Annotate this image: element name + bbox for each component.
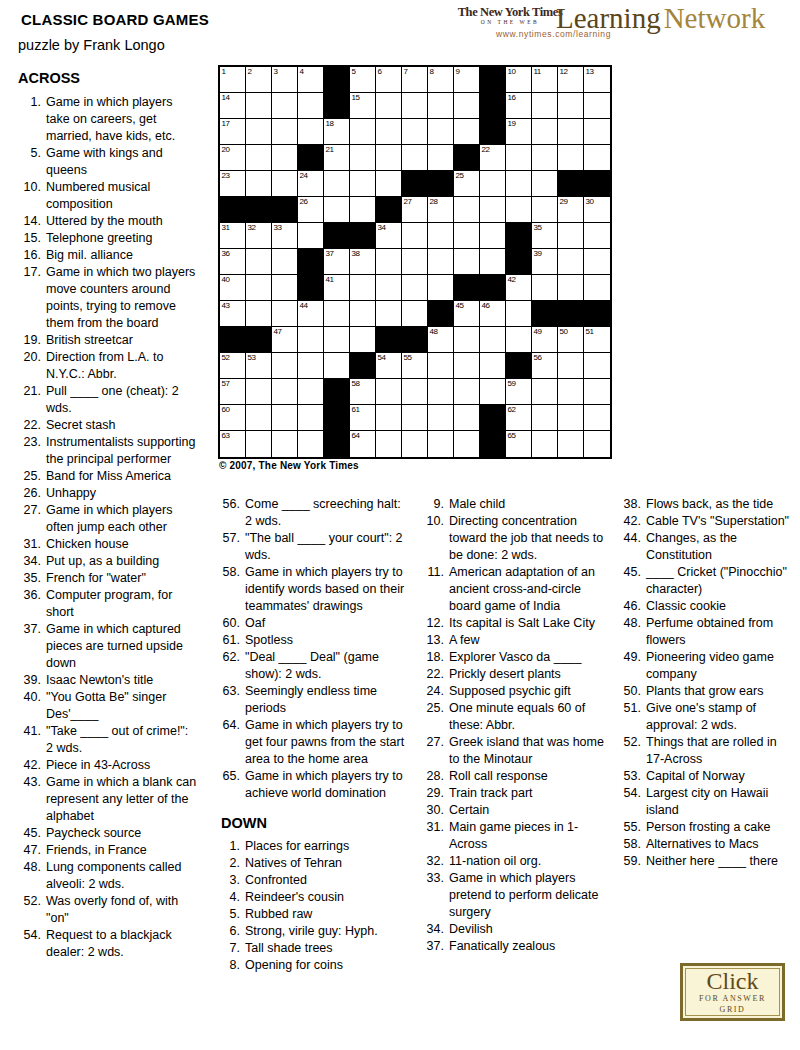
across-clues-56-65: 56.Come ____ screeching halt: 2 wds.57."… — [219, 496, 417, 802]
clue-text: Plants that grow ears — [646, 683, 798, 700]
white-square[interactable]: 30 — [584, 197, 610, 223]
white-square[interactable] — [272, 93, 298, 119]
white-square[interactable]: 22 — [480, 145, 506, 171]
white-square[interactable]: 8 — [428, 67, 454, 93]
white-square[interactable] — [376, 171, 402, 197]
white-square[interactable]: 32 — [246, 223, 272, 249]
white-square[interactable]: 34 — [376, 223, 402, 249]
clue-number: 61. — [219, 632, 240, 649]
clue-number: 51. — [619, 700, 641, 734]
white-square[interactable]: 16 — [506, 93, 532, 119]
white-square[interactable] — [480, 249, 506, 275]
white-square[interactable] — [480, 327, 506, 353]
answer-button-grid-text: GRID — [720, 1005, 746, 1014]
white-square[interactable] — [402, 431, 428, 457]
white-square[interactable] — [584, 223, 610, 249]
white-square[interactable] — [506, 327, 532, 353]
white-square[interactable]: 15 — [350, 93, 376, 119]
clue-number: 1. — [16, 94, 41, 145]
white-square[interactable]: 1 — [220, 67, 246, 93]
white-square[interactable]: 33 — [272, 223, 298, 249]
clue: 3.Confronted — [219, 872, 417, 889]
white-square[interactable] — [532, 93, 558, 119]
clue-number: 49. — [619, 649, 641, 683]
white-square[interactable] — [272, 405, 298, 431]
white-square[interactable] — [454, 223, 480, 249]
white-square[interactable] — [350, 171, 376, 197]
clue-number: 41. — [16, 723, 41, 757]
clue-text: Game in which captured pieces are turned… — [46, 621, 198, 672]
white-square[interactable]: 18 — [324, 119, 350, 145]
white-square[interactable] — [506, 197, 532, 223]
white-square[interactable] — [558, 379, 584, 405]
white-square[interactable]: 61 — [350, 405, 376, 431]
white-square[interactable] — [272, 145, 298, 171]
white-square[interactable] — [402, 119, 428, 145]
white-square[interactable] — [324, 197, 350, 223]
white-square[interactable]: 12 — [558, 67, 584, 93]
clue-text: Game with kings and queens — [46, 145, 198, 179]
square-number: 47 — [274, 327, 282, 336]
white-square[interactable] — [376, 249, 402, 275]
white-square[interactable]: 26 — [298, 197, 324, 223]
square-number: 27 — [404, 197, 412, 206]
white-square[interactable] — [376, 431, 402, 457]
white-square[interactable] — [454, 379, 480, 405]
white-square[interactable] — [298, 405, 324, 431]
white-square[interactable]: 51 — [584, 327, 610, 353]
white-square[interactable] — [402, 275, 428, 301]
white-square[interactable]: 3 — [272, 67, 298, 93]
white-square[interactable] — [272, 249, 298, 275]
white-square[interactable] — [376, 145, 402, 171]
white-square[interactable]: 56 — [532, 353, 558, 379]
clue-number: 34. — [16, 553, 41, 570]
white-square[interactable] — [298, 353, 324, 379]
nyt-masthead-subtext: ON THE WEB — [481, 19, 539, 25]
white-square[interactable]: 63 — [220, 431, 246, 457]
white-square[interactable] — [532, 119, 558, 145]
square-number: 8 — [430, 67, 434, 76]
white-square[interactable] — [584, 93, 610, 119]
white-square[interactable] — [532, 171, 558, 197]
square-number: 29 — [560, 197, 568, 206]
white-square[interactable]: 62 — [506, 405, 532, 431]
clue-number: 17. — [16, 264, 41, 332]
square-number: 11 — [534, 67, 541, 76]
clue: 17.Game in which two players move counte… — [16, 264, 216, 332]
white-square[interactable] — [272, 431, 298, 457]
white-square[interactable] — [272, 353, 298, 379]
square-number: 36 — [222, 249, 230, 258]
white-square[interactable] — [558, 431, 584, 457]
clue-number: 11. — [422, 564, 444, 615]
clue-number: 37. — [422, 938, 444, 955]
clue-text: Piece in 43-Across — [46, 757, 198, 774]
white-square[interactable]: 10 — [506, 67, 532, 93]
clue-number: 55. — [619, 819, 641, 836]
across-clues-1-54: 1.Game in which players take on careers,… — [16, 94, 216, 961]
square-number: 16 — [508, 93, 516, 102]
white-square[interactable] — [246, 145, 272, 171]
clue: 52.Things that are rolled in 17-Across — [619, 734, 800, 768]
white-square[interactable] — [298, 93, 324, 119]
clue-text: Pull ____ one (cheat): 2 wds. — [46, 383, 198, 417]
clue: 24.Supposed psychic gift — [422, 683, 622, 700]
black-square — [324, 431, 350, 457]
white-square[interactable] — [376, 379, 402, 405]
white-square[interactable] — [402, 301, 428, 327]
white-square[interactable]: 29 — [558, 197, 584, 223]
white-square[interactable] — [558, 145, 584, 171]
black-square — [584, 301, 610, 327]
white-square[interactable] — [532, 379, 558, 405]
clue-text: Neither here ____ there — [646, 853, 798, 870]
white-square[interactable] — [246, 119, 272, 145]
white-square[interactable]: 23 — [220, 171, 246, 197]
white-square[interactable] — [454, 197, 480, 223]
white-square[interactable] — [454, 93, 480, 119]
square-number: 49 — [534, 327, 542, 336]
white-square[interactable] — [246, 301, 272, 327]
white-square[interactable] — [298, 431, 324, 457]
clue: 36.Computer program, for short — [16, 587, 216, 621]
white-square[interactable] — [402, 145, 428, 171]
white-square[interactable]: 31 — [220, 223, 246, 249]
white-square[interactable] — [246, 405, 272, 431]
white-square[interactable] — [298, 119, 324, 145]
clue-text: Game in which players try to identify wo… — [245, 564, 409, 615]
white-square[interactable] — [428, 405, 454, 431]
clue-text: 11-nation oil org. — [449, 853, 605, 870]
white-square[interactable]: 46 — [480, 301, 506, 327]
black-square — [506, 249, 532, 275]
clue-number: 34. — [422, 921, 444, 938]
clue: 64.Game in which players try to get four… — [219, 717, 417, 768]
white-square[interactable]: 38 — [350, 249, 376, 275]
clue-number: 63. — [219, 683, 240, 717]
white-square[interactable]: 65 — [506, 431, 532, 457]
clue-number: 5. — [16, 145, 41, 179]
white-square[interactable]: 43 — [220, 301, 246, 327]
clue-text: Give one's stamp of approval: 2 wds. — [646, 700, 798, 734]
clue-text: Tall shade trees — [245, 940, 409, 957]
square-number: 23 — [222, 171, 230, 180]
clue-number: 14. — [16, 213, 41, 230]
white-square[interactable]: 28 — [428, 197, 454, 223]
white-square[interactable] — [298, 223, 324, 249]
clue-text: Was overly fond of, with "on" — [46, 893, 198, 927]
logo-network-text: Network — [664, 4, 765, 32]
clue-text: Oaf — [245, 615, 409, 632]
clue: 9.Male child — [422, 496, 622, 513]
white-square[interactable] — [506, 171, 532, 197]
black-square — [350, 353, 376, 379]
white-square[interactable]: 40 — [220, 275, 246, 301]
white-square[interactable] — [298, 327, 324, 353]
white-square[interactable] — [324, 171, 350, 197]
clue-number: 1. — [219, 838, 240, 855]
white-square[interactable] — [428, 275, 454, 301]
clue-number: 12. — [422, 615, 444, 632]
clue-text: Reindeer's cousin — [245, 889, 409, 906]
clue: 39.Isaac Newton's title — [16, 672, 216, 689]
clue-text: Friends, in France — [46, 842, 198, 859]
clue-text: Spotless — [245, 632, 409, 649]
black-square — [220, 327, 246, 353]
nyt-learning-network-logo: The New York Times ON THE WEB Learning N… — [466, 4, 766, 39]
white-square[interactable] — [324, 301, 350, 327]
white-square[interactable] — [376, 119, 402, 145]
white-square[interactable] — [558, 405, 584, 431]
white-square[interactable]: 6 — [376, 67, 402, 93]
black-square — [480, 275, 506, 301]
white-square[interactable] — [298, 379, 324, 405]
white-square[interactable] — [454, 353, 480, 379]
white-square[interactable]: 45 — [454, 301, 480, 327]
clue: 29.Train track part — [422, 785, 622, 802]
white-square[interactable]: 9 — [454, 67, 480, 93]
white-square[interactable] — [246, 171, 272, 197]
white-square[interactable] — [584, 431, 610, 457]
clue-number: 20. — [16, 349, 41, 383]
square-number: 19 — [508, 119, 516, 128]
white-square[interactable]: 14 — [220, 93, 246, 119]
white-square[interactable]: 17 — [220, 119, 246, 145]
clue-text: Game in which players try to get four pa… — [245, 717, 409, 768]
white-square[interactable] — [350, 301, 376, 327]
white-square[interactable]: 36 — [220, 249, 246, 275]
white-square[interactable]: 53 — [246, 353, 272, 379]
white-square[interactable] — [350, 145, 376, 171]
white-square[interactable] — [428, 145, 454, 171]
white-square[interactable]: 7 — [402, 67, 428, 93]
white-square[interactable] — [584, 249, 610, 275]
clue-number: 9. — [422, 496, 444, 513]
square-number: 42 — [508, 275, 516, 284]
white-square[interactable]: 37 — [324, 249, 350, 275]
white-square[interactable]: 49 — [532, 327, 558, 353]
clue-number: 25. — [422, 700, 444, 734]
white-square[interactable]: 19 — [506, 119, 532, 145]
clue-number: 4. — [219, 889, 240, 906]
square-number: 28 — [430, 197, 438, 206]
clue: 2.Natives of Tehran — [219, 855, 417, 872]
white-square[interactable] — [402, 93, 428, 119]
white-square[interactable] — [350, 327, 376, 353]
white-square[interactable]: 5 — [350, 67, 376, 93]
white-square[interactable]: 58 — [350, 379, 376, 405]
white-square[interactable] — [584, 353, 610, 379]
clue: 25.One minute equals 60 of these: Abbr. — [422, 700, 622, 734]
clue: 51.Give one's stamp of approval: 2 wds. — [619, 700, 800, 734]
white-square[interactable] — [584, 275, 610, 301]
white-square[interactable] — [584, 405, 610, 431]
white-square[interactable] — [376, 93, 402, 119]
down-clues-9-37: 9.Male child10.Directing concentration t… — [422, 496, 622, 955]
white-square[interactable] — [584, 145, 610, 171]
white-square[interactable] — [532, 431, 558, 457]
white-square[interactable] — [350, 275, 376, 301]
white-square[interactable]: 2 — [246, 67, 272, 93]
white-square[interactable]: 50 — [558, 327, 584, 353]
white-square[interactable]: 41 — [324, 275, 350, 301]
white-square[interactable] — [428, 249, 454, 275]
clue: 25.Band for Miss America — [16, 468, 216, 485]
clue-text: Lung components called alveoli: 2 wds. — [46, 859, 198, 893]
clue-number: 44. — [619, 530, 641, 564]
clue: 8.Opening for coins — [219, 957, 417, 974]
clue: 11.American adaptation of an ancient cro… — [422, 564, 622, 615]
white-square[interactable] — [402, 405, 428, 431]
square-number: 63 — [222, 431, 230, 440]
down-heading: DOWN — [221, 815, 417, 832]
white-square[interactable] — [454, 249, 480, 275]
clue: 31.Chicken house — [16, 536, 216, 553]
clue: 1.Game in which players take on careers,… — [16, 94, 216, 145]
white-square[interactable] — [454, 405, 480, 431]
square-number: 34 — [378, 223, 386, 232]
white-square[interactable] — [532, 145, 558, 171]
clue: 48.Perfume obtained from flowers — [619, 615, 800, 649]
white-square[interactable] — [428, 379, 454, 405]
clue-number: 15. — [16, 230, 41, 247]
white-square[interactable] — [246, 275, 272, 301]
white-square[interactable] — [428, 93, 454, 119]
clue-text: Perfume obtained from flowers — [646, 615, 798, 649]
black-square — [402, 171, 428, 197]
white-square[interactable] — [272, 119, 298, 145]
white-square[interactable] — [506, 145, 532, 171]
white-square[interactable]: 44 — [298, 301, 324, 327]
white-square[interactable]: 55 — [402, 353, 428, 379]
white-square[interactable] — [558, 275, 584, 301]
white-square[interactable] — [584, 379, 610, 405]
white-square[interactable] — [480, 223, 506, 249]
white-square[interactable]: 48 — [428, 327, 454, 353]
clue-text: Game in which players pretend to perform… — [449, 870, 605, 921]
clue-number: 54. — [619, 785, 641, 819]
white-square[interactable]: 21 — [324, 145, 350, 171]
white-square[interactable]: 64 — [350, 431, 376, 457]
white-square[interactable]: 27 — [402, 197, 428, 223]
white-square[interactable] — [480, 379, 506, 405]
white-square[interactable] — [558, 249, 584, 275]
white-square[interactable] — [428, 119, 454, 145]
clue-number: 37. — [16, 621, 41, 672]
white-square[interactable] — [480, 197, 506, 223]
white-square[interactable]: 47 — [272, 327, 298, 353]
black-square — [454, 275, 480, 301]
square-number: 38 — [352, 249, 360, 258]
white-square[interactable] — [376, 275, 402, 301]
white-square[interactable]: 39 — [532, 249, 558, 275]
white-square[interactable] — [506, 301, 532, 327]
black-square — [480, 119, 506, 145]
white-square[interactable]: 20 — [220, 145, 246, 171]
square-number: 65 — [508, 431, 516, 440]
white-square[interactable] — [324, 327, 350, 353]
white-square[interactable] — [558, 353, 584, 379]
white-square[interactable] — [480, 171, 506, 197]
white-square[interactable] — [532, 197, 558, 223]
white-square[interactable] — [402, 223, 428, 249]
clue: 27.Game in which players often jump each… — [16, 502, 216, 536]
white-square[interactable]: 25 — [454, 171, 480, 197]
clue-number: 7. — [219, 940, 240, 957]
white-square[interactable] — [454, 431, 480, 457]
white-square[interactable] — [532, 405, 558, 431]
white-square[interactable] — [402, 249, 428, 275]
white-square[interactable] — [428, 431, 454, 457]
clue: 6.Strong, virile guy: Hyph. — [219, 923, 417, 940]
white-square[interactable]: 59 — [506, 379, 532, 405]
answer-grid-button[interactable]: Click FOR ANSWER GRID — [680, 963, 785, 1021]
white-square[interactable] — [376, 301, 402, 327]
clue-number: 28. — [422, 768, 444, 785]
white-square[interactable]: 35 — [532, 223, 558, 249]
white-square[interactable] — [454, 327, 480, 353]
clue-text: French for "water" — [46, 570, 198, 587]
logo-row: The New York Times ON THE WEB Learning N… — [466, 4, 766, 32]
clue: 5.Rubbed raw — [219, 906, 417, 923]
white-square[interactable] — [428, 223, 454, 249]
white-square[interactable] — [558, 93, 584, 119]
white-square[interactable] — [350, 197, 376, 223]
white-square[interactable] — [246, 431, 272, 457]
white-square[interactable] — [272, 379, 298, 405]
clue-text: Things that are rolled in 17-Across — [646, 734, 798, 768]
white-square[interactable]: 60 — [220, 405, 246, 431]
white-square[interactable]: 13 — [584, 67, 610, 93]
white-square[interactable] — [246, 379, 272, 405]
clue-text: Unhappy — [46, 485, 198, 502]
clue-number: 45. — [16, 825, 41, 842]
white-square[interactable] — [324, 353, 350, 379]
clue-number: 65. — [219, 768, 240, 802]
white-square[interactable] — [428, 353, 454, 379]
white-square[interactable]: 57 — [220, 379, 246, 405]
white-square[interactable]: 52 — [220, 353, 246, 379]
white-square[interactable] — [272, 275, 298, 301]
white-square[interactable]: 4 — [298, 67, 324, 93]
white-square[interactable] — [402, 379, 428, 405]
white-square[interactable] — [584, 119, 610, 145]
white-square[interactable] — [558, 223, 584, 249]
white-square[interactable] — [480, 353, 506, 379]
white-square[interactable] — [454, 119, 480, 145]
square-number: 25 — [456, 171, 464, 180]
white-square[interactable]: 54 — [376, 353, 402, 379]
white-square[interactable] — [558, 119, 584, 145]
white-square[interactable]: 42 — [506, 275, 532, 301]
white-square[interactable] — [272, 171, 298, 197]
square-number: 57 — [222, 379, 230, 388]
clue: 62."Deal ____ Deal" (game show): 2 wds. — [219, 649, 417, 683]
white-square[interactable] — [350, 119, 376, 145]
white-square[interactable] — [246, 93, 272, 119]
white-square[interactable] — [246, 249, 272, 275]
white-square[interactable]: 11 — [532, 67, 558, 93]
white-square[interactable] — [272, 301, 298, 327]
clue: 43.Game in which a blank can represent a… — [16, 774, 216, 825]
white-square[interactable] — [376, 405, 402, 431]
white-square[interactable] — [532, 275, 558, 301]
white-square[interactable]: 24 — [298, 171, 324, 197]
clue-number: 19. — [16, 332, 41, 349]
clue: 45.Paycheck source — [16, 825, 216, 842]
clue-number: 30. — [422, 802, 444, 819]
